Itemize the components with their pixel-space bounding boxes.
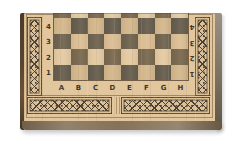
wood-seam — [116, 97, 117, 114]
square-f1 — [138, 65, 155, 81]
file-label-d: D — [104, 81, 121, 95]
rank-label-left-4: 4 — [44, 19, 53, 35]
rank-label-right-2: 2 — [189, 50, 195, 66]
square-a2 — [54, 49, 71, 65]
square-d3 — [104, 34, 121, 50]
square-c1 — [88, 65, 105, 81]
square-h3 — [171, 34, 188, 50]
file-labels: ABCDEFGH — [53, 81, 189, 95]
square-g4 — [155, 18, 172, 34]
square-h2 — [171, 49, 188, 65]
square-c3 — [88, 34, 105, 50]
square-h1 — [171, 65, 188, 81]
square-h4 — [171, 18, 188, 34]
square-b4 — [71, 18, 88, 34]
rank-label-right-4: 4 — [189, 19, 195, 35]
square-b3 — [71, 34, 88, 50]
rank-label-right-1: 1 — [189, 66, 195, 82]
board-side-bottom — [22, 121, 222, 130]
square-d2 — [104, 49, 121, 65]
wood-seam — [119, 97, 120, 114]
knotwork-band-bottom-right — [121, 97, 210, 114]
file-label-b: B — [70, 81, 87, 95]
square-c2 — [88, 49, 105, 65]
square-f3 — [138, 34, 155, 50]
square-g1 — [155, 65, 172, 81]
square-d1 — [104, 65, 121, 81]
square-b1 — [71, 65, 88, 81]
rank-labels-right: 4321 — [189, 19, 195, 81]
square-e1 — [121, 65, 138, 81]
rank-labels-left: 4321 — [44, 19, 53, 81]
file-label-g: G — [155, 81, 172, 95]
rank-label-left-3: 3 — [44, 35, 53, 51]
square-b2 — [71, 49, 88, 65]
rank-label-left-1: 1 — [44, 66, 53, 82]
square-c4 — [88, 18, 105, 34]
square-e4 — [121, 18, 138, 34]
file-label-a: A — [53, 81, 70, 95]
chess-board: 4321 4321 ABCDEFGH — [20, 13, 222, 130]
square-g2 — [155, 49, 172, 65]
square-f4 — [138, 18, 155, 34]
rank-label-right-3: 3 — [189, 35, 195, 51]
square-e3 — [121, 34, 138, 50]
knotwork-panel-left — [27, 17, 42, 96]
knotwork-panel-right — [195, 17, 210, 96]
rank-label-left-2: 2 — [44, 50, 53, 66]
square-a1 — [54, 65, 71, 81]
square-a4 — [54, 18, 71, 34]
knotwork-band-bottom-left — [27, 97, 112, 114]
square-e2 — [121, 49, 138, 65]
product-photo: 4321 4321 ABCDEFGH — [0, 0, 240, 150]
file-label-h: H — [172, 81, 189, 95]
file-label-c: C — [87, 81, 104, 95]
file-label-e: E — [121, 81, 138, 95]
chessboard-grid — [53, 13, 189, 81]
square-a3 — [54, 34, 71, 50]
square-f2 — [138, 49, 155, 65]
board-side-right — [215, 13, 222, 130]
square-d4 — [104, 18, 121, 34]
square-g3 — [155, 34, 172, 50]
divider-line — [27, 95, 211, 96]
file-label-f: F — [138, 81, 155, 95]
photo-crop-edge — [24, 13, 215, 14]
board-surface: 4321 4321 ABCDEFGH — [24, 13, 215, 121]
